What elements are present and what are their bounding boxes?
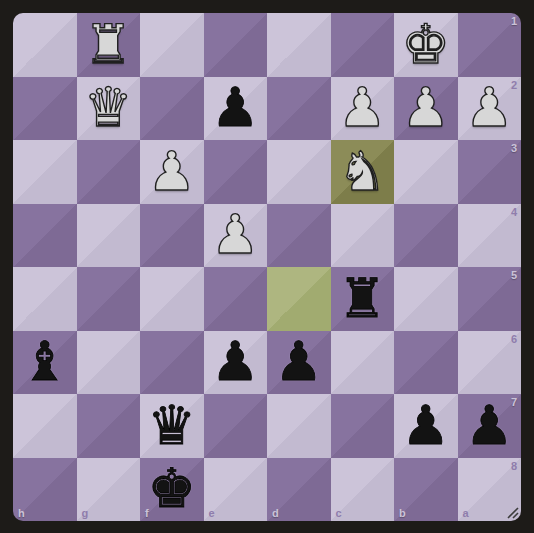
white-knight[interactable]: ♞ (331, 140, 395, 204)
square-f5[interactable] (140, 267, 204, 331)
square-e3[interactable] (204, 140, 268, 204)
rank-label-1: 1 (511, 15, 517, 27)
rank-label-4: 4 (511, 206, 517, 218)
square-g5[interactable] (77, 267, 141, 331)
square-f1[interactable] (140, 13, 204, 77)
black-rook[interactable]: ♜ (331, 267, 395, 331)
square-a5[interactable]: 5 (458, 267, 522, 331)
rank-label-5: 5 (511, 269, 517, 281)
square-e2[interactable]: ♟ (204, 77, 268, 141)
square-h2[interactable] (13, 77, 77, 141)
square-h5[interactable] (13, 267, 77, 331)
white-pawn[interactable]: ♟ (204, 204, 268, 268)
resize-handle-icon[interactable] (507, 507, 519, 519)
square-e8[interactable]: e (204, 458, 268, 522)
file-label-d: d (272, 507, 279, 519)
square-f6[interactable] (140, 331, 204, 395)
square-f7[interactable]: ♛ (140, 394, 204, 458)
black-pawn[interactable]: ♟ (204, 331, 268, 395)
square-b3[interactable] (394, 140, 458, 204)
file-label-c: c (336, 507, 342, 519)
black-pawn[interactable]: ♟ (204, 77, 268, 141)
square-g3[interactable] (77, 140, 141, 204)
square-c5[interactable]: ♜ (331, 267, 395, 331)
square-e5[interactable] (204, 267, 268, 331)
square-g6[interactable] (77, 331, 141, 395)
rank-label-8: 8 (511, 460, 517, 472)
black-pawn[interactable]: ♟ (394, 394, 458, 458)
file-label-e: e (209, 507, 215, 519)
square-f3[interactable]: ♟ (140, 140, 204, 204)
square-b4[interactable] (394, 204, 458, 268)
square-h3[interactable] (13, 140, 77, 204)
white-queen[interactable]: ♛ (77, 77, 141, 141)
square-b5[interactable] (394, 267, 458, 331)
white-pawn[interactable]: ♟ (140, 140, 204, 204)
square-c1[interactable] (331, 13, 395, 77)
square-f2[interactable] (140, 77, 204, 141)
square-d3[interactable] (267, 140, 331, 204)
chess-board: ♜♚1♛♟♟♟♟2♟♞3♟4♜5♝♟♟6♛♟♟7hg♚fedcba8 (13, 13, 521, 521)
black-pawn[interactable]: ♟ (267, 331, 331, 395)
square-h8[interactable]: h (13, 458, 77, 522)
square-c4[interactable] (331, 204, 395, 268)
square-g8[interactable]: g (77, 458, 141, 522)
square-h6[interactable]: ♝ (13, 331, 77, 395)
square-g7[interactable] (77, 394, 141, 458)
square-a1[interactable]: 1 (458, 13, 522, 77)
square-d4[interactable] (267, 204, 331, 268)
square-b7[interactable]: ♟ (394, 394, 458, 458)
square-f4[interactable] (140, 204, 204, 268)
white-pawn[interactable]: ♟ (331, 77, 395, 141)
square-c6[interactable] (331, 331, 395, 395)
square-e4[interactable]: ♟ (204, 204, 268, 268)
square-f8[interactable]: ♚f (140, 458, 204, 522)
square-g1[interactable]: ♜ (77, 13, 141, 77)
black-queen[interactable]: ♛ (140, 394, 204, 458)
black-king[interactable]: ♚ (140, 458, 204, 522)
square-d8[interactable]: d (267, 458, 331, 522)
square-d1[interactable] (267, 13, 331, 77)
square-c8[interactable]: c (331, 458, 395, 522)
file-label-b: b (399, 507, 406, 519)
square-e7[interactable] (204, 394, 268, 458)
square-b1[interactable]: ♚ (394, 13, 458, 77)
square-d5[interactable] (267, 267, 331, 331)
page-background: ♜♚1♛♟♟♟♟2♟♞3♟4♜5♝♟♟6♛♟♟7hg♚fedcba8 (0, 0, 534, 533)
white-pawn[interactable]: ♟ (394, 77, 458, 141)
white-pawn[interactable]: ♟ (458, 77, 522, 141)
square-e1[interactable] (204, 13, 268, 77)
square-a4[interactable]: 4 (458, 204, 522, 268)
white-rook[interactable]: ♜ (77, 13, 141, 77)
square-d2[interactable] (267, 77, 331, 141)
file-label-h: h (18, 507, 25, 519)
square-g4[interactable] (77, 204, 141, 268)
square-c7[interactable] (331, 394, 395, 458)
square-e6[interactable]: ♟ (204, 331, 268, 395)
rank-label-3: 3 (511, 142, 517, 154)
rank-label-6: 6 (511, 333, 517, 345)
square-b2[interactable]: ♟ (394, 77, 458, 141)
square-c2[interactable]: ♟ (331, 77, 395, 141)
square-h4[interactable] (13, 204, 77, 268)
square-b8[interactable]: b (394, 458, 458, 522)
square-d6[interactable]: ♟ (267, 331, 331, 395)
file-label-a: a (463, 507, 469, 519)
square-c3[interactable]: ♞ (331, 140, 395, 204)
square-h1[interactable] (13, 13, 77, 77)
white-king[interactable]: ♚ (394, 13, 458, 77)
square-d7[interactable] (267, 394, 331, 458)
square-g2[interactable]: ♛ (77, 77, 141, 141)
square-h7[interactable] (13, 394, 77, 458)
square-a6[interactable]: 6 (458, 331, 522, 395)
square-a2[interactable]: ♟2 (458, 77, 522, 141)
square-b6[interactable] (394, 331, 458, 395)
black-bishop[interactable]: ♝ (13, 331, 77, 395)
square-a3[interactable]: 3 (458, 140, 522, 204)
black-pawn[interactable]: ♟ (458, 394, 522, 458)
file-label-g: g (82, 507, 89, 519)
square-a7[interactable]: ♟7 (458, 394, 522, 458)
